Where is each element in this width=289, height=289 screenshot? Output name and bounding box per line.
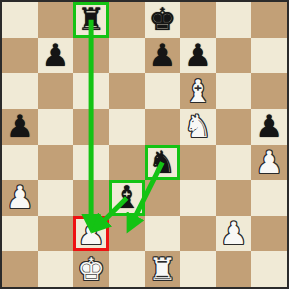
square-d8[interactable] <box>109 2 145 38</box>
square-b6[interactable] <box>38 73 74 109</box>
square-a8[interactable] <box>2 2 38 38</box>
square-h5[interactable]: ♟ <box>251 109 287 145</box>
square-g4[interactable] <box>216 145 252 181</box>
square-e5[interactable] <box>145 109 181 145</box>
chess-position-diagram: ♜♚♟♟♟♝♟♞♟♞♟♟♝♟♟♚♜ <box>0 0 289 289</box>
square-d1[interactable] <box>109 251 145 287</box>
square-g1[interactable] <box>216 251 252 287</box>
square-a7[interactable] <box>2 38 38 74</box>
square-h4[interactable]: ♟ <box>251 145 287 181</box>
square-d2[interactable] <box>109 216 145 252</box>
white-bishop: ♝ <box>184 74 212 109</box>
square-a3[interactable]: ♟ <box>2 180 38 216</box>
square-b7[interactable]: ♟ <box>38 38 74 74</box>
square-e8[interactable]: ♚ <box>145 2 181 38</box>
square-h2[interactable] <box>251 216 287 252</box>
square-f3[interactable] <box>180 180 216 216</box>
square-a1[interactable] <box>2 251 38 287</box>
square-e7[interactable]: ♟ <box>145 38 181 74</box>
square-d6[interactable] <box>109 73 145 109</box>
square-g2[interactable]: ♟ <box>216 216 252 252</box>
square-d5[interactable] <box>109 109 145 145</box>
black-bishop: ♝ <box>113 180 141 215</box>
black-pawn: ♟ <box>6 109 34 144</box>
square-f4[interactable] <box>180 145 216 181</box>
square-a6[interactable] <box>2 73 38 109</box>
square-f5[interactable]: ♞ <box>180 109 216 145</box>
white-pawn: ♟ <box>255 145 283 180</box>
square-b3[interactable] <box>38 180 74 216</box>
black-pawn: ♟ <box>255 109 283 144</box>
square-e1[interactable]: ♜ <box>145 251 181 287</box>
square-h7[interactable] <box>251 38 287 74</box>
square-h8[interactable] <box>251 2 287 38</box>
white-pawn: ♟ <box>6 180 34 215</box>
square-g3[interactable] <box>216 180 252 216</box>
square-g6[interactable] <box>216 73 252 109</box>
square-f8[interactable] <box>180 2 216 38</box>
square-a4[interactable] <box>2 145 38 181</box>
square-d4[interactable] <box>109 145 145 181</box>
square-d7[interactable] <box>109 38 145 74</box>
square-h1[interactable] <box>251 251 287 287</box>
square-a2[interactable] <box>2 216 38 252</box>
square-f1[interactable] <box>180 251 216 287</box>
square-h3[interactable] <box>251 180 287 216</box>
square-c4[interactable] <box>73 145 109 181</box>
square-c6[interactable] <box>73 73 109 109</box>
white-rook: ♜ <box>148 252 176 287</box>
white-pawn: ♟ <box>220 216 248 251</box>
black-knight: ♞ <box>148 145 176 180</box>
square-c7[interactable] <box>73 38 109 74</box>
square-c1[interactable]: ♚ <box>73 251 109 287</box>
square-b1[interactable] <box>38 251 74 287</box>
black-pawn: ♟ <box>148 38 176 73</box>
black-king: ♚ <box>148 2 176 37</box>
square-e4[interactable]: ♞ <box>145 145 181 181</box>
square-b2[interactable] <box>38 216 74 252</box>
square-e6[interactable] <box>145 73 181 109</box>
square-h6[interactable] <box>251 73 287 109</box>
square-g8[interactable] <box>216 2 252 38</box>
chess-board: ♜♚♟♟♟♝♟♞♟♞♟♟♝♟♟♚♜ <box>0 0 289 289</box>
square-c2[interactable]: ♟ <box>73 216 109 252</box>
white-king: ♚ <box>77 252 105 287</box>
square-c3[interactable] <box>73 180 109 216</box>
white-pawn: ♟ <box>77 216 105 251</box>
square-d3[interactable]: ♝ <box>109 180 145 216</box>
white-knight: ♞ <box>184 109 212 144</box>
square-f7[interactable]: ♟ <box>180 38 216 74</box>
black-pawn: ♟ <box>42 38 70 73</box>
square-b8[interactable] <box>38 2 74 38</box>
square-g5[interactable] <box>216 109 252 145</box>
square-b4[interactable] <box>38 145 74 181</box>
square-g7[interactable] <box>216 38 252 74</box>
square-c8[interactable]: ♜ <box>73 2 109 38</box>
square-e2[interactable] <box>145 216 181 252</box>
square-e3[interactable] <box>145 180 181 216</box>
black-rook: ♜ <box>77 2 105 37</box>
square-b5[interactable] <box>38 109 74 145</box>
square-c5[interactable] <box>73 109 109 145</box>
black-pawn: ♟ <box>184 38 212 73</box>
square-f6[interactable]: ♝ <box>180 73 216 109</box>
square-f2[interactable] <box>180 216 216 252</box>
square-a5[interactable]: ♟ <box>2 109 38 145</box>
